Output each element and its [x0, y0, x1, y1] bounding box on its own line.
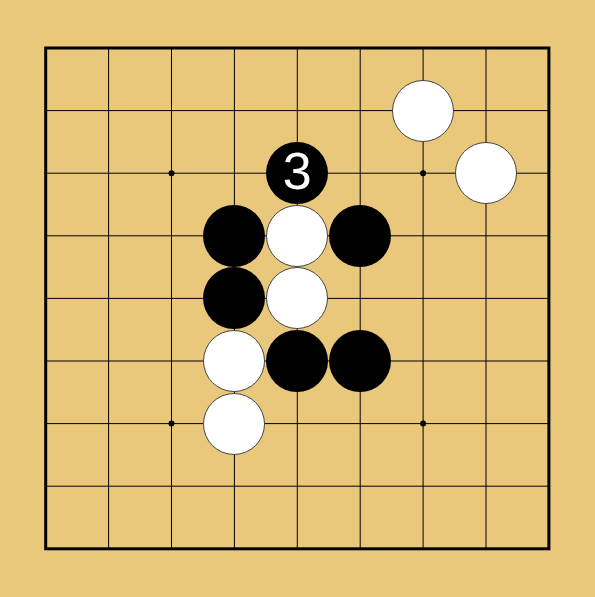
intersection-c5 — [140, 267, 203, 330]
intersection-f3 — [329, 142, 392, 205]
intersection-e4 — [266, 204, 329, 267]
intersection-h2 — [454, 79, 517, 142]
intersection-i4 — [517, 204, 580, 267]
intersection-c2 — [140, 79, 203, 142]
go-board-diagram: 3 — [0, 0, 595, 597]
intersection-c9 — [140, 517, 203, 580]
black-stone — [203, 205, 265, 267]
intersection-a1 — [14, 17, 77, 80]
intersection-a5 — [14, 267, 77, 330]
intersection-c7 — [140, 392, 203, 455]
intersection-d4 — [203, 204, 266, 267]
intersection-g6 — [392, 330, 455, 393]
intersection-e3: 3 — [266, 142, 329, 205]
intersection-f1 — [329, 17, 392, 80]
intersection-d8 — [203, 455, 266, 518]
intersection-e7 — [266, 392, 329, 455]
intersection-i6 — [517, 330, 580, 393]
intersection-f9 — [329, 517, 392, 580]
intersection-e8 — [266, 455, 329, 518]
intersection-f4 — [329, 204, 392, 267]
move-number-label: 3 — [283, 145, 312, 201]
intersection-g9 — [392, 517, 455, 580]
intersection-i2 — [517, 79, 580, 142]
intersection-c4 — [140, 204, 203, 267]
intersection-i7 — [517, 392, 580, 455]
intersection-b6 — [77, 330, 140, 393]
intersection-b8 — [77, 455, 140, 518]
intersection-b4 — [77, 204, 140, 267]
intersection-h6 — [454, 330, 517, 393]
intersection-g8 — [392, 455, 455, 518]
intersection-d6 — [203, 330, 266, 393]
black-stone — [266, 330, 328, 392]
intersection-a3 — [14, 142, 77, 205]
white-stone — [203, 330, 265, 392]
intersection-b5 — [77, 267, 140, 330]
intersection-d2 — [203, 79, 266, 142]
intersection-h4 — [454, 204, 517, 267]
intersection-c8 — [140, 455, 203, 518]
intersection-d9 — [203, 517, 266, 580]
board: 3 — [14, 17, 580, 580]
intersection-e5 — [266, 267, 329, 330]
intersection-d3 — [203, 142, 266, 205]
intersection-b3 — [77, 142, 140, 205]
intersection-b1 — [77, 17, 140, 80]
black-stone: 3 — [266, 142, 328, 204]
intersection-a7 — [14, 392, 77, 455]
intersection-g1 — [392, 17, 455, 80]
intersection-h5 — [454, 267, 517, 330]
intersection-b7 — [77, 392, 140, 455]
intersection-h9 — [454, 517, 517, 580]
intersection-c3 — [140, 142, 203, 205]
intersection-c1 — [140, 17, 203, 80]
intersection-b2 — [77, 79, 140, 142]
intersection-h7 — [454, 392, 517, 455]
black-stone — [203, 267, 265, 329]
intersection-i9 — [517, 517, 580, 580]
intersection-i8 — [517, 455, 580, 518]
intersection-d1 — [203, 17, 266, 80]
intersection-f6 — [329, 330, 392, 393]
white-stone — [455, 142, 517, 204]
intersection-b9 — [77, 517, 140, 580]
intersection-i1 — [517, 17, 580, 80]
intersection-d5 — [203, 267, 266, 330]
intersection-i5 — [517, 267, 580, 330]
intersection-e6 — [266, 330, 329, 393]
intersection-h1 — [454, 17, 517, 80]
white-stone — [266, 267, 328, 329]
intersection-e9 — [266, 517, 329, 580]
intersection-g3 — [392, 142, 455, 205]
intersection-e1 — [266, 17, 329, 80]
intersection-a6 — [14, 330, 77, 393]
black-stone — [329, 205, 391, 267]
intersection-f2 — [329, 79, 392, 142]
intersection-g5 — [392, 267, 455, 330]
intersection-a8 — [14, 455, 77, 518]
intersection-f8 — [329, 455, 392, 518]
white-stone — [266, 205, 328, 267]
intersection-e2 — [266, 79, 329, 142]
intersection-f5 — [329, 267, 392, 330]
intersection-h8 — [454, 455, 517, 518]
black-stone — [329, 330, 391, 392]
intersection-h3 — [454, 142, 517, 205]
intersection-a2 — [14, 79, 77, 142]
intersection-a9 — [14, 517, 77, 580]
intersection-c6 — [140, 330, 203, 393]
white-stone — [203, 393, 265, 455]
intersection-g4 — [392, 204, 455, 267]
intersection-g2 — [392, 79, 455, 142]
intersection-d7 — [203, 392, 266, 455]
intersection-a4 — [14, 204, 77, 267]
white-stone — [392, 80, 454, 142]
intersection-i3 — [517, 142, 580, 205]
intersection-f7 — [329, 392, 392, 455]
intersection-g7 — [392, 392, 455, 455]
